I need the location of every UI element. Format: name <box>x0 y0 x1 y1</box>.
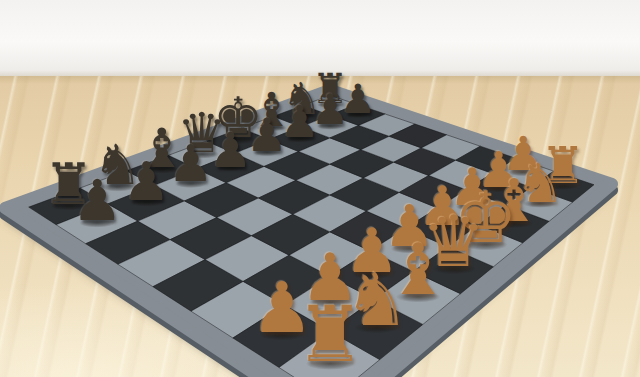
chess-board <box>0 0 640 377</box>
photo-chess-scene: ♜♞♝♛♚♝♞♜♟♟♟♟♟♟♟♟♟♟♟♟♟♟♟♟♜♞♝♛♚♝♞♜ <box>0 0 640 377</box>
